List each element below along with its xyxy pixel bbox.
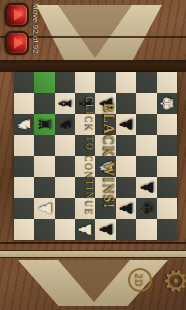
square[interactable]: ♟	[116, 198, 136, 219]
square[interactable]	[157, 156, 177, 177]
square[interactable]	[34, 156, 54, 177]
square[interactable]	[55, 72, 75, 93]
square[interactable]	[14, 156, 34, 177]
square[interactable]	[96, 198, 116, 219]
square[interactable]: ♝	[55, 93, 75, 114]
black-king[interactable]: ♚	[136, 198, 156, 219]
square[interactable]	[116, 177, 136, 198]
black-pawn[interactable]: ♟	[95, 219, 115, 240]
black-pawn[interactable]: ♟	[95, 93, 115, 114]
square[interactable]	[75, 114, 95, 135]
square[interactable]: ♚	[136, 198, 156, 219]
white-pawn[interactable]: ♟	[34, 198, 54, 219]
black-bishop[interactable]: ♝	[75, 93, 95, 114]
square[interactable]	[14, 177, 34, 198]
square[interactable]	[157, 219, 177, 240]
square[interactable]: ♞	[96, 156, 116, 177]
white-pawn[interactable]: ♟	[75, 219, 95, 240]
square[interactable]	[116, 135, 136, 156]
square[interactable]	[34, 219, 54, 240]
square[interactable]	[34, 177, 54, 198]
black-pawn[interactable]: ♟	[136, 177, 156, 198]
square[interactable]	[96, 114, 116, 135]
square[interactable]	[157, 114, 177, 135]
square[interactable]	[136, 72, 156, 93]
square[interactable]	[75, 177, 95, 198]
black-knight[interactable]: ♞	[55, 114, 75, 135]
square[interactable]	[55, 177, 75, 198]
square[interactable]	[14, 135, 34, 156]
square[interactable]	[157, 198, 177, 219]
chess-board[interactable]: ♚♟♚♟♟♟♞♟♝♟♝♞♜♟♞	[14, 72, 177, 240]
black-pawn[interactable]: ♟	[116, 114, 136, 135]
square[interactable]	[14, 93, 34, 114]
square[interactable]	[96, 72, 116, 93]
black-bishop[interactable]: ♝	[55, 93, 75, 114]
square[interactable]	[55, 135, 75, 156]
square[interactable]	[34, 135, 54, 156]
white-king[interactable]: ♚	[157, 93, 177, 114]
square[interactable]	[157, 177, 177, 198]
square[interactable]	[157, 135, 177, 156]
square[interactable]: ♟	[136, 177, 156, 198]
square[interactable]	[55, 219, 75, 240]
square[interactable]: ♝	[75, 93, 95, 114]
square[interactable]	[14, 72, 34, 93]
square[interactable]	[136, 219, 156, 240]
square[interactable]: ♟	[75, 219, 95, 240]
square[interactable]	[116, 93, 136, 114]
square[interactable]	[136, 93, 156, 114]
square[interactable]	[55, 156, 75, 177]
square[interactable]	[34, 93, 54, 114]
square[interactable]	[116, 219, 136, 240]
square[interactable]	[14, 219, 34, 240]
square[interactable]	[55, 198, 75, 219]
square[interactable]	[96, 177, 116, 198]
white-knight[interactable]: ♞	[14, 114, 34, 135]
view-2d-button[interactable]: 2D	[128, 268, 152, 292]
jewel-button-left[interactable]	[5, 3, 29, 27]
square[interactable]: ♟	[116, 114, 136, 135]
square[interactable]	[136, 156, 156, 177]
square[interactable]	[136, 114, 156, 135]
square[interactable]	[14, 198, 34, 219]
square[interactable]	[116, 156, 136, 177]
square[interactable]	[96, 135, 116, 156]
square[interactable]	[136, 135, 156, 156]
square[interactable]	[116, 72, 136, 93]
settings-gear-icon[interactable]: ⚙	[158, 264, 186, 298]
rotated-stage: Move 92 of 92 ♚♟♚♟♟♟♞♟♝♟♝♞♜♟♞ BLACK WINS…	[0, 0, 186, 310]
square[interactable]: ♟	[34, 198, 54, 219]
square[interactable]	[75, 198, 95, 219]
square[interactable]	[75, 135, 95, 156]
square[interactable]: ♞	[55, 114, 75, 135]
square[interactable]: ♜	[34, 114, 54, 135]
white-knight[interactable]: ♞	[95, 156, 115, 177]
square[interactable]: ♚	[157, 93, 177, 114]
black-rook[interactable]: ♜	[34, 114, 54, 135]
square[interactable]: ♟	[96, 219, 116, 240]
black-pawn[interactable]: ♟	[116, 198, 136, 219]
square[interactable]: ♞	[14, 114, 34, 135]
jewel-button-right[interactable]	[5, 31, 29, 55]
square[interactable]	[157, 72, 177, 93]
square[interactable]: ♟	[96, 93, 116, 114]
square[interactable]	[34, 72, 54, 93]
square[interactable]	[75, 156, 95, 177]
app-frame: Move 92 of 92 ♚♟♚♟♟♟♞♟♝♟♝♞♜♟♞ BLACK WINS…	[0, 0, 186, 310]
square[interactable]	[75, 72, 95, 93]
